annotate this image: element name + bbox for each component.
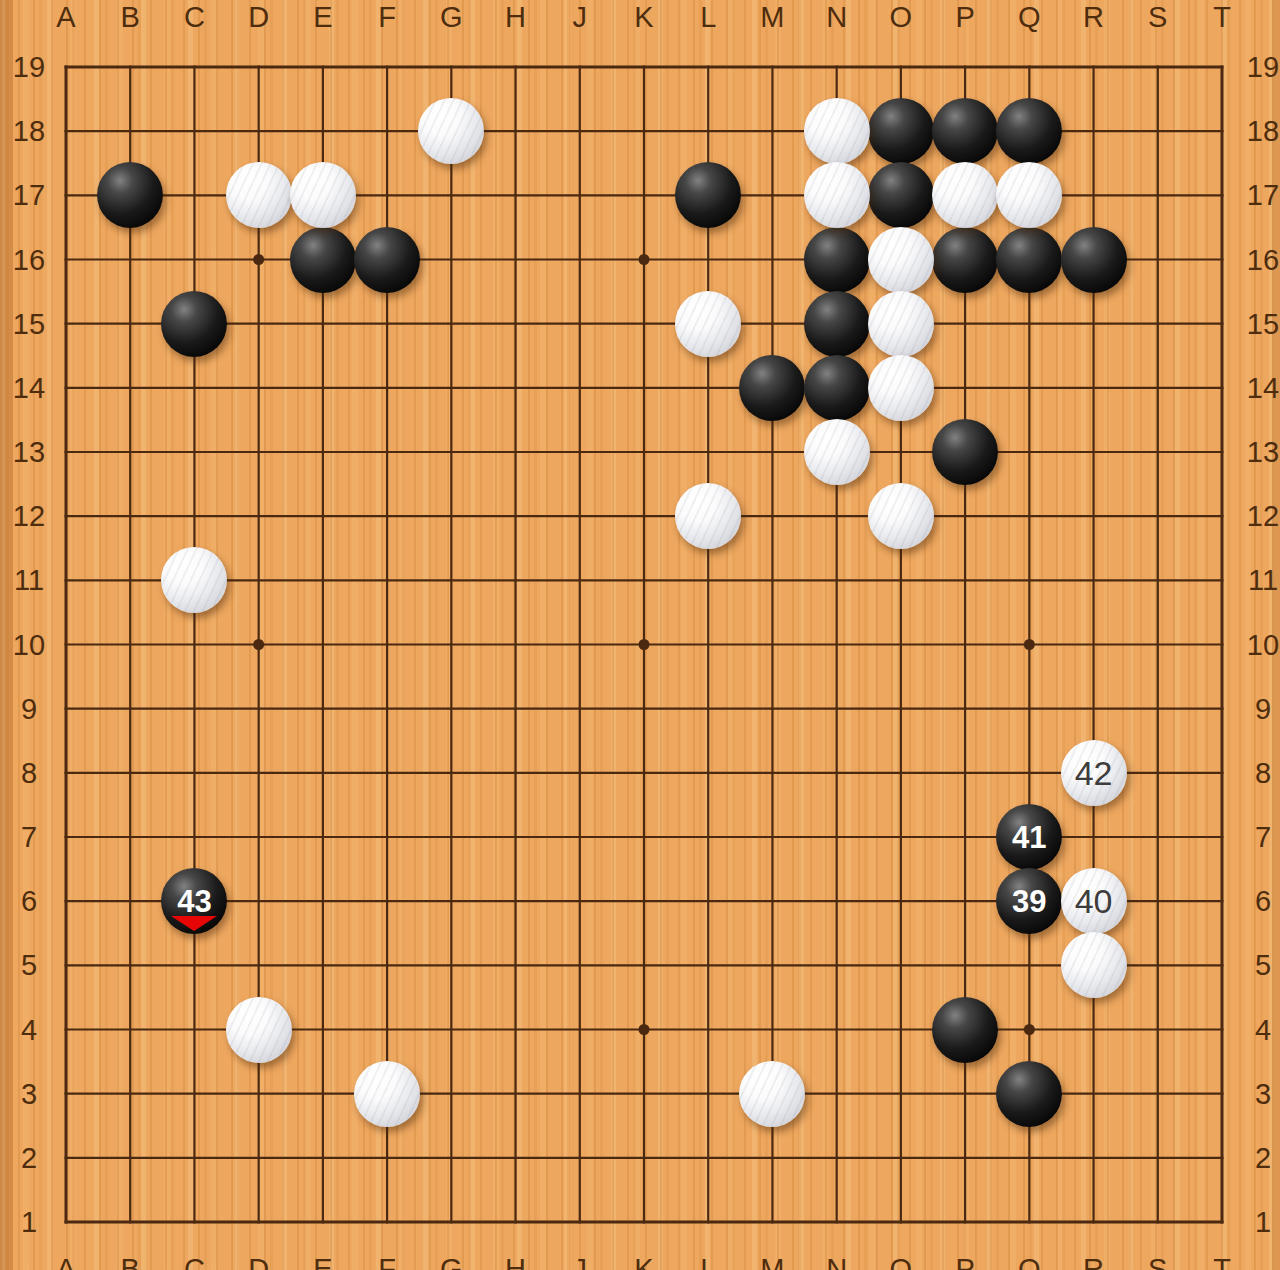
row-label-right-12: 12 (1247, 502, 1279, 531)
stone-black-Q3[interactable] (996, 1061, 1062, 1127)
col-label-bottom-P: P (955, 1255, 974, 1270)
col-label-top-F: F (378, 3, 396, 32)
move-number-43: 43 (177, 886, 211, 917)
col-label-top-K: K (634, 3, 653, 32)
stone-white-D4[interactable] (226, 997, 292, 1063)
col-label-bottom-G: G (440, 1255, 463, 1270)
stone-black-B17[interactable] (97, 162, 163, 228)
col-label-bottom-J: J (573, 1255, 588, 1270)
stone-black-N14[interactable] (804, 355, 870, 421)
stone-white-C11[interactable] (161, 547, 227, 613)
row-label-right-4: 4 (1255, 1015, 1271, 1044)
col-label-top-N: N (826, 3, 847, 32)
star-point-K4 (639, 1024, 650, 1035)
row-label-left-1: 1 (21, 1208, 37, 1237)
move-number-39: 39 (1012, 886, 1046, 917)
row-label-left-15: 15 (13, 309, 45, 338)
go-board[interactable]: AABBCCDDEEFFGGHHJJKKLLMMNNOOPPQQRRSSTT19… (0, 0, 1280, 1270)
stone-black-P4[interactable] (932, 997, 998, 1063)
row-label-right-17: 17 (1247, 181, 1279, 210)
row-label-left-11: 11 (14, 566, 44, 595)
col-label-top-S: S (1148, 3, 1167, 32)
col-label-top-H: H (505, 3, 526, 32)
grid-lines (0, 0, 1280, 1270)
col-label-bottom-T: T (1213, 1255, 1231, 1270)
stone-black-F16[interactable] (354, 227, 420, 293)
stone-black-O17[interactable] (868, 162, 934, 228)
row-label-right-10: 10 (1247, 630, 1279, 659)
stone-white-P17[interactable] (932, 162, 998, 228)
stone-black-P18[interactable] (932, 98, 998, 164)
stone-black-N15[interactable] (804, 291, 870, 357)
col-label-bottom-R: R (1083, 1255, 1104, 1270)
col-label-bottom-F: F (378, 1255, 396, 1270)
stone-white-N18[interactable] (804, 98, 870, 164)
row-label-right-15: 15 (1247, 309, 1279, 338)
stone-white-O15[interactable] (868, 291, 934, 357)
row-label-left-14: 14 (13, 373, 45, 402)
row-label-right-16: 16 (1247, 245, 1279, 274)
row-label-left-6: 6 (21, 887, 37, 916)
stone-black-L17[interactable] (675, 162, 741, 228)
row-label-left-19: 19 (13, 53, 45, 82)
stone-white-Q17[interactable] (996, 162, 1062, 228)
col-label-top-E: E (313, 3, 332, 32)
star-point-K16 (639, 254, 650, 265)
col-label-bottom-D: D (248, 1255, 269, 1270)
stone-white-F3[interactable] (354, 1061, 420, 1127)
col-label-top-M: M (760, 3, 784, 32)
col-label-top-T: T (1213, 3, 1231, 32)
col-label-top-O: O (890, 3, 913, 32)
col-label-bottom-S: S (1148, 1255, 1167, 1270)
stone-white-O14[interactable] (868, 355, 934, 421)
col-label-top-L: L (700, 3, 716, 32)
move-number-40: 40 (1075, 884, 1113, 918)
stone-black-C6[interactable]: 43 (161, 868, 227, 934)
row-label-right-7: 7 (1255, 823, 1271, 852)
stone-white-R6[interactable]: 40 (1061, 868, 1127, 934)
col-label-bottom-C: C (184, 1255, 205, 1270)
col-label-top-R: R (1083, 3, 1104, 32)
stone-black-Q7[interactable]: 41 (996, 804, 1062, 870)
stone-black-N16[interactable] (804, 227, 870, 293)
col-label-top-Q: Q (1018, 3, 1041, 32)
stone-white-L15[interactable] (675, 291, 741, 357)
stone-black-E16[interactable] (290, 227, 356, 293)
stone-white-M3[interactable] (739, 1061, 805, 1127)
col-label-top-G: G (440, 3, 463, 32)
stone-white-O12[interactable] (868, 483, 934, 549)
col-label-top-A: A (56, 3, 75, 32)
stone-black-Q6[interactable]: 39 (996, 868, 1062, 934)
star-point-D10 (253, 639, 264, 650)
stone-white-R8[interactable]: 42 (1061, 740, 1127, 806)
row-label-right-19: 19 (1247, 53, 1279, 82)
col-label-bottom-L: L (700, 1255, 716, 1270)
row-label-right-2: 2 (1255, 1143, 1271, 1172)
row-label-left-4: 4 (21, 1015, 37, 1044)
col-label-bottom-E: E (313, 1255, 332, 1270)
col-label-bottom-Q: Q (1018, 1255, 1041, 1270)
row-label-right-14: 14 (1247, 373, 1279, 402)
row-label-right-13: 13 (1247, 438, 1279, 467)
stone-white-R5[interactable] (1061, 932, 1127, 998)
row-label-left-10: 10 (13, 630, 45, 659)
col-label-bottom-K: K (634, 1255, 653, 1270)
stone-black-P13[interactable] (932, 419, 998, 485)
stone-white-O16[interactable] (868, 227, 934, 293)
row-label-left-17: 17 (13, 181, 45, 210)
row-label-left-12: 12 (13, 502, 45, 531)
row-label-right-18: 18 (1247, 117, 1279, 146)
col-label-top-P: P (955, 3, 974, 32)
stone-black-Q18[interactable] (996, 98, 1062, 164)
col-label-top-B: B (121, 3, 140, 32)
row-label-left-18: 18 (13, 117, 45, 146)
col-label-top-J: J (573, 3, 588, 32)
move-number-41: 41 (1012, 822, 1046, 853)
row-label-left-9: 9 (21, 694, 37, 723)
col-label-bottom-B: B (121, 1255, 140, 1270)
stone-black-Q16[interactable] (996, 227, 1062, 293)
stone-black-O18[interactable] (868, 98, 934, 164)
row-label-left-3: 3 (21, 1079, 37, 1108)
row-label-right-6: 6 (1255, 887, 1271, 916)
row-label-right-8: 8 (1255, 758, 1271, 787)
col-label-bottom-H: H (505, 1255, 526, 1270)
col-label-bottom-M: M (760, 1255, 784, 1270)
row-label-left-2: 2 (21, 1143, 37, 1172)
stone-white-N17[interactable] (804, 162, 870, 228)
row-label-left-7: 7 (21, 823, 37, 852)
row-label-left-8: 8 (21, 758, 37, 787)
row-label-right-11: 11 (1248, 566, 1278, 595)
last-move-marker-icon (171, 916, 217, 931)
move-number-42: 42 (1075, 756, 1113, 790)
col-label-top-D: D (248, 3, 269, 32)
stone-white-G18[interactable] (418, 98, 484, 164)
col-label-top-C: C (184, 3, 205, 32)
star-point-Q4 (1024, 1024, 1035, 1035)
stone-black-R16[interactable] (1061, 227, 1127, 293)
row-label-right-3: 3 (1255, 1079, 1271, 1108)
row-label-left-16: 16 (13, 245, 45, 274)
stone-white-D17[interactable] (226, 162, 292, 228)
col-label-bottom-O: O (890, 1255, 913, 1270)
stone-black-C15[interactable] (161, 291, 227, 357)
stone-black-M14[interactable] (739, 355, 805, 421)
row-label-left-5: 5 (21, 951, 37, 980)
stone-white-N13[interactable] (804, 419, 870, 485)
row-label-right-9: 9 (1255, 694, 1271, 723)
star-point-D16 (253, 254, 264, 265)
row-label-right-1: 1 (1255, 1208, 1271, 1237)
row-label-right-5: 5 (1255, 951, 1271, 980)
star-point-K10 (639, 639, 650, 650)
star-point-Q10 (1024, 639, 1035, 650)
col-label-bottom-N: N (826, 1255, 847, 1270)
stone-white-L12[interactable] (675, 483, 741, 549)
row-label-left-13: 13 (13, 438, 45, 467)
stone-white-E17[interactable] (290, 162, 356, 228)
col-label-bottom-A: A (56, 1255, 75, 1270)
stone-black-P16[interactable] (932, 227, 998, 293)
